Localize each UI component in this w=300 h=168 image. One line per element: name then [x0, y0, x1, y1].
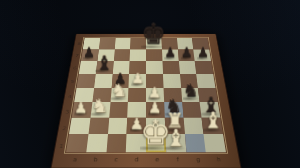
- piece-black-pawn[interactable]: ♟: [181, 46, 193, 59]
- file-label-b: b: [85, 156, 106, 164]
- file-label-a: a: [64, 156, 86, 164]
- square-c1[interactable]: [106, 134, 127, 152]
- square-g7[interactable]: ♟: [178, 49, 195, 61]
- square-c8[interactable]: [114, 38, 130, 49]
- board-frame: 87654321 ♚♟♟♟♟♝♟♟♞♟♞♟♞♟♞♝♟♜♝♚♝ abcdefgh: [50, 34, 242, 168]
- square-h1[interactable]: [204, 134, 226, 152]
- file-label-d: d: [126, 156, 147, 164]
- file-label-h: h: [208, 156, 230, 164]
- piece-white-knight[interactable]: ♞: [111, 82, 127, 100]
- square-e7[interactable]: [146, 49, 162, 61]
- square-e8[interactable]: ♚: [146, 38, 162, 49]
- piece-white-pawn[interactable]: ♟: [75, 100, 89, 115]
- square-g4[interactable]: ♞: [181, 88, 200, 103]
- square-h6[interactable]: [195, 61, 213, 74]
- piece-black-knight[interactable]: ♞: [183, 82, 199, 100]
- piece-white-knight[interactable]: ♞: [91, 97, 108, 116]
- square-a2[interactable]: [69, 118, 90, 135]
- square-g1[interactable]: [185, 134, 206, 152]
- chess-board[interactable]: ♚♟♟♟♟♝♟♟♞♟♞♟♞♟♞♝♟♜♝♚♝: [66, 38, 226, 152]
- square-b5[interactable]: [94, 74, 112, 88]
- piece-white-bishop[interactable]: ♝: [166, 127, 187, 150]
- piece-white-bishop[interactable]: ♝: [203, 110, 223, 132]
- square-d7[interactable]: [130, 49, 146, 61]
- game-window: 87654321 ♚♟♟♟♟♝♟♟♞♟♞♟♞♟♞♝♟♜♝♚♝ abcdefgh: [0, 0, 300, 168]
- square-f5[interactable]: [163, 74, 181, 88]
- square-c3[interactable]: [109, 102, 128, 118]
- file-label-e: e: [147, 156, 168, 164]
- square-a5[interactable]: [77, 74, 96, 88]
- square-a1[interactable]: [66, 134, 88, 152]
- file-labels: abcdefgh: [64, 156, 230, 164]
- square-g6[interactable]: [179, 61, 197, 74]
- square-c2[interactable]: [107, 118, 127, 135]
- piece-white-pawn[interactable]: ♟: [131, 72, 144, 86]
- square-f1[interactable]: ♝: [165, 134, 186, 152]
- square-e6[interactable]: [146, 61, 163, 74]
- piece-black-pawn[interactable]: ♟: [164, 46, 176, 59]
- square-b1[interactable]: [86, 134, 107, 152]
- square-h7[interactable]: ♟: [193, 49, 211, 61]
- square-h5[interactable]: [196, 74, 215, 88]
- square-d5[interactable]: ♟: [129, 74, 146, 88]
- rank-label-1: 1: [55, 138, 68, 157]
- file-label-f: f: [167, 156, 188, 164]
- square-d4[interactable]: [128, 88, 146, 103]
- piece-black-king[interactable]: ♚: [142, 20, 166, 47]
- piece-black-pawn[interactable]: ♟: [83, 46, 95, 59]
- square-f7[interactable]: ♟: [162, 49, 179, 61]
- file-label-c: c: [106, 156, 127, 164]
- piece-black-bishop[interactable]: ♝: [96, 53, 113, 72]
- square-h2[interactable]: ♝: [202, 118, 223, 135]
- square-b2[interactable]: [88, 118, 109, 135]
- square-c7[interactable]: [113, 49, 130, 61]
- square-c4[interactable]: ♞: [110, 88, 129, 103]
- square-b6[interactable]: ♝: [96, 61, 114, 74]
- file-label-g: g: [188, 156, 209, 164]
- square-b8[interactable]: [99, 38, 116, 49]
- square-f6[interactable]: [162, 61, 179, 74]
- square-g2[interactable]: [183, 118, 204, 135]
- square-b3[interactable]: ♞: [90, 102, 110, 118]
- piece-black-pawn[interactable]: ♟: [197, 46, 209, 59]
- board-scene: 87654321 ♚♟♟♟♟♝♟♟♞♟♞♟♞♟♞♝♟♜♝♚♝ abcdefgh: [0, 0, 300, 168]
